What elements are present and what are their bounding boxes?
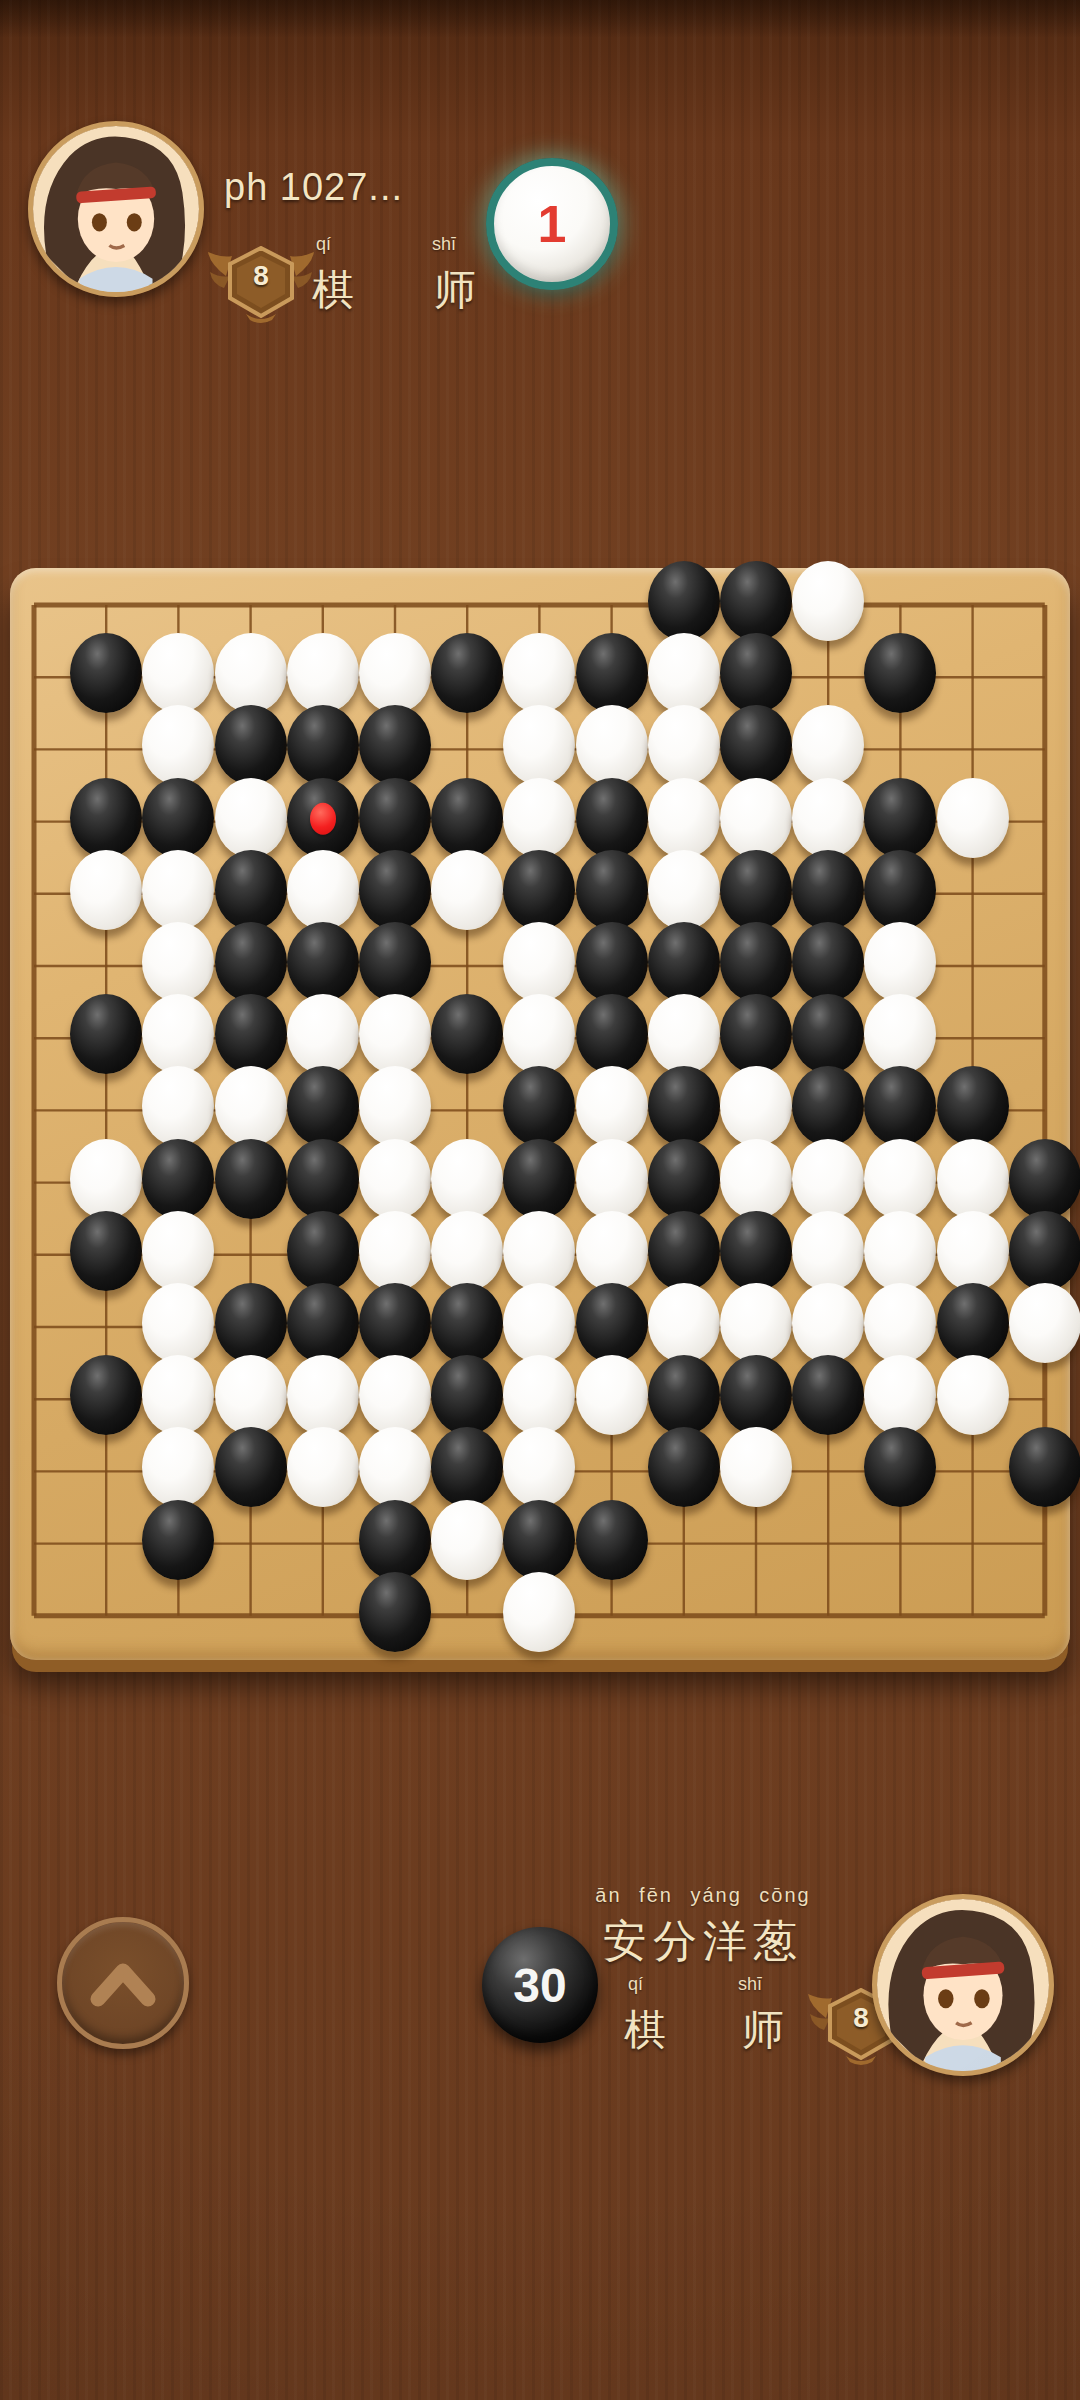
black-stone (215, 705, 287, 785)
black-stone (70, 778, 142, 858)
white-stone (359, 994, 431, 1074)
white-stone (431, 850, 503, 930)
white-stone (359, 1139, 431, 1219)
white-stone (576, 1211, 648, 1291)
black-stone (648, 1066, 720, 1146)
white-stone (503, 705, 575, 785)
black-stone (70, 994, 142, 1074)
white-stone (215, 633, 287, 713)
player-name-pinyin: ān fēn yáng cōng (543, 1884, 863, 1907)
black-stone (431, 1427, 503, 1507)
black-stone (70, 1355, 142, 1435)
white-stone (792, 561, 864, 641)
white-stone (503, 1427, 575, 1507)
black-stone (648, 1211, 720, 1291)
white-stone (431, 1139, 503, 1219)
black-stone (720, 850, 792, 930)
black-stone (792, 850, 864, 930)
white-stone (215, 1355, 287, 1435)
black-stone (431, 1283, 503, 1363)
white-stone (142, 994, 214, 1074)
white-stone (215, 1066, 287, 1146)
black-stone (215, 994, 287, 1074)
black-stone (287, 705, 359, 785)
black-stone (215, 1427, 287, 1507)
white-stone (576, 1139, 648, 1219)
white-stone (1009, 1283, 1080, 1363)
player-rank-pinyin-1: qí (628, 1974, 643, 1995)
black-stone (648, 1355, 720, 1435)
opponent-rank-pinyin-2: shī (432, 234, 456, 255)
black-stone (1009, 1139, 1080, 1219)
white-stone (503, 994, 575, 1074)
black-stone (359, 705, 431, 785)
black-stone (576, 850, 648, 930)
white-stone (792, 705, 864, 785)
collapse-panel-button[interactable] (57, 1917, 189, 2049)
chevron-up-icon (88, 1957, 158, 2009)
white-stone (142, 922, 214, 1002)
white-stone (648, 705, 720, 785)
player-name: 安分洋葱 (543, 1912, 863, 1971)
white-stone (215, 778, 287, 858)
white-stone (287, 850, 359, 930)
black-stone (359, 922, 431, 1002)
opponent-rank-pinyin-1: qí (316, 234, 331, 255)
white-stone (431, 1500, 503, 1580)
white-stone (937, 778, 1009, 858)
white-stone (648, 994, 720, 1074)
white-stone (142, 705, 214, 785)
white-stone (70, 850, 142, 930)
black-stone (287, 1283, 359, 1363)
black-stone (720, 1211, 792, 1291)
black-stone (215, 1139, 287, 1219)
black-stone (431, 778, 503, 858)
white-stone (287, 1427, 359, 1507)
game-screen: ph 1027... 8 qí 棋 shī 师 1 30 ān fēn yáng… (0, 0, 1080, 2400)
white-stone (864, 922, 936, 1002)
white-stone (864, 1355, 936, 1435)
white-stone (287, 633, 359, 713)
white-stone (864, 1283, 936, 1363)
white-stone (937, 1355, 1009, 1435)
white-stone (503, 633, 575, 713)
white-stone (359, 1066, 431, 1146)
white-stone (503, 922, 575, 1002)
white-stone (142, 1066, 214, 1146)
white-stone (576, 1355, 648, 1435)
player-rank-pinyin-2: shī (738, 1974, 762, 1995)
white-stone (648, 1283, 720, 1363)
white-stone (937, 1211, 1009, 1291)
black-stone (864, 850, 936, 930)
opponent-rank-badge-icon: 8 (206, 246, 316, 324)
black-stone (142, 1500, 214, 1580)
black-stone (142, 778, 214, 858)
white-stone (720, 1139, 792, 1219)
black-stone (215, 1283, 287, 1363)
black-stone (648, 922, 720, 1002)
white-stone (503, 1211, 575, 1291)
white-stone (720, 778, 792, 858)
black-stone (431, 1355, 503, 1435)
white-stone (503, 1572, 575, 1652)
white-stone (359, 1211, 431, 1291)
white-stone (720, 1283, 792, 1363)
white-stone (359, 1355, 431, 1435)
black-stone (359, 1500, 431, 1580)
white-stone (142, 1427, 214, 1507)
opponent-rank-char-2: 师 (434, 262, 476, 318)
black-stone (792, 922, 864, 1002)
white-stone (648, 850, 720, 930)
black-stone (720, 633, 792, 713)
white-stone (576, 1066, 648, 1146)
white-stone (720, 1427, 792, 1507)
black-stone (720, 922, 792, 1002)
black-stone (1009, 1211, 1080, 1291)
white-stone (142, 1211, 214, 1291)
black-stone (431, 994, 503, 1074)
black-stone (287, 922, 359, 1002)
white-stone (142, 1355, 214, 1435)
white-stone (359, 633, 431, 713)
white-timer-stone: 1 (486, 158, 618, 290)
white-stone (937, 1139, 1009, 1219)
black-stone (503, 1066, 575, 1146)
black-stone (720, 561, 792, 641)
white-stone (648, 778, 720, 858)
white-stone (70, 1139, 142, 1219)
status-bar-area (0, 0, 1080, 38)
black-stone (215, 922, 287, 1002)
black-stone (864, 1066, 936, 1146)
player-rank-char-1: 棋 (624, 2002, 666, 2058)
black-stone (1009, 1427, 1080, 1507)
black-stone (576, 1283, 648, 1363)
go-board[interactable] (10, 568, 1070, 1660)
opponent-rank-char-1: 棋 (312, 262, 354, 318)
white-timer-value: 1 (538, 194, 567, 254)
white-stone (431, 1211, 503, 1291)
black-stone (792, 994, 864, 1074)
white-stone (142, 850, 214, 930)
black-stone (431, 633, 503, 713)
black-stone (142, 1139, 214, 1219)
black-stone (864, 633, 936, 713)
white-stone (648, 633, 720, 713)
black-stone (648, 1427, 720, 1507)
white-stone (142, 1283, 214, 1363)
white-stone (792, 1211, 864, 1291)
opponent-badge-level: 8 (206, 260, 316, 292)
black-stone (792, 1355, 864, 1435)
black-stone (576, 922, 648, 1002)
black-stone (503, 850, 575, 930)
black-stone (503, 1500, 575, 1580)
anime-character-portrait (877, 1899, 1049, 2071)
black-stone (287, 1066, 359, 1146)
white-stone (720, 1066, 792, 1146)
black-stone (720, 1355, 792, 1435)
anime-character-portrait (33, 126, 199, 292)
white-stone (792, 1283, 864, 1363)
black-stone (864, 1427, 936, 1507)
white-stone (142, 633, 214, 713)
player-rank-char-2: 师 (742, 2002, 784, 2058)
black-stone (937, 1283, 1009, 1363)
black-stone (648, 1139, 720, 1219)
black-stone (937, 1066, 1009, 1146)
black-stone (359, 850, 431, 930)
black-stone (503, 1139, 575, 1219)
white-stone (503, 778, 575, 858)
black-stone (576, 994, 648, 1074)
black-stone (287, 1211, 359, 1291)
black-stone (792, 1066, 864, 1146)
opponent-avatar[interactable] (28, 121, 204, 297)
black-stone (287, 1139, 359, 1219)
black-stone (359, 1283, 431, 1363)
white-stone (359, 1427, 431, 1507)
black-stone (864, 778, 936, 858)
black-stone (70, 633, 142, 713)
white-stone (864, 1211, 936, 1291)
last-move-marker (310, 802, 336, 834)
white-stone (503, 1355, 575, 1435)
black-stone (576, 778, 648, 858)
white-stone (576, 705, 648, 785)
black-stone (720, 994, 792, 1074)
white-stone (792, 778, 864, 858)
black-stone (359, 1572, 431, 1652)
white-stone (287, 1355, 359, 1435)
black-stone (720, 705, 792, 785)
black-stone (215, 850, 287, 930)
white-stone (287, 994, 359, 1074)
black-stone (576, 1500, 648, 1580)
player-avatar[interactable] (872, 1894, 1054, 2076)
white-stone (864, 994, 936, 1074)
white-stone (792, 1139, 864, 1219)
opponent-name: ph 1027... (224, 166, 403, 209)
white-stone (864, 1139, 936, 1219)
white-stone (503, 1283, 575, 1363)
black-stone (70, 1211, 142, 1291)
black-stone (359, 778, 431, 858)
black-stone (576, 633, 648, 713)
black-stone (648, 561, 720, 641)
